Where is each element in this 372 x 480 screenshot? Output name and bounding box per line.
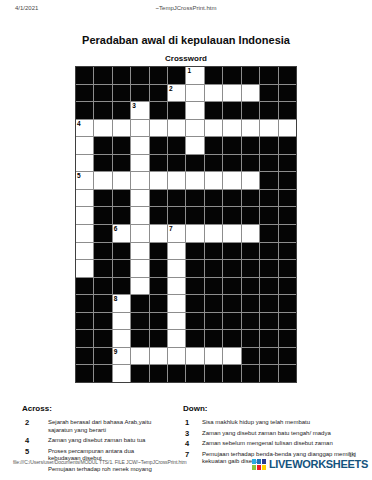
grid-cell-black: [279, 348, 296, 365]
across-clues-section: Across: 2Sejarah berasal dari bahasa Ara…: [22, 404, 175, 476]
grid-cell-black: [279, 278, 296, 295]
grid-cell-black: [113, 190, 130, 207]
down-header: Down:: [183, 404, 367, 413]
clue-item: 4Zaman sebelum mengenal tulisan disebut …: [183, 440, 367, 448]
grid-cell-black: [260, 365, 277, 382]
grid-cell-black: [205, 67, 222, 84]
grid-cell-black: [113, 260, 130, 277]
grid-cell-black: [260, 190, 277, 207]
grid-cell-black: [113, 102, 130, 119]
grid-cell-black: [242, 330, 259, 347]
grid-cell-black: [113, 85, 130, 102]
grid-cell-black: [260, 278, 277, 295]
grid-cell-black: [260, 155, 277, 172]
grid-cell-white[interactable]: 5: [76, 172, 93, 189]
grid-cell-black: [279, 225, 296, 242]
clue-number: 7: [183, 451, 202, 459]
grid-cell-white[interactable]: 9: [113, 348, 130, 365]
grid-cell-white[interactable]: [260, 120, 277, 137]
grid-cell-black: [260, 67, 277, 84]
grid-cell-white[interactable]: 6: [113, 225, 130, 242]
grid-cell-white[interactable]: [205, 120, 222, 137]
grid-cell-black: [113, 67, 130, 84]
print-preview-page: 4/1/2021 ~TempJCrossPrint.htm Peradaban …: [0, 0, 372, 480]
grid-cell-white[interactable]: [131, 172, 148, 189]
grid-cell-black: [205, 137, 222, 154]
grid-cell-black: [260, 225, 277, 242]
grid-cell-black: [76, 348, 93, 365]
grid-cell-black: [205, 313, 222, 330]
grid-cell-black: [186, 365, 203, 382]
grid-cell-white[interactable]: [131, 155, 148, 172]
grid-cell-white[interactable]: [205, 172, 222, 189]
grid-cell-black: [223, 137, 240, 154]
grid-cell-white[interactable]: [131, 120, 148, 137]
grid-cell-black: [242, 278, 259, 295]
grid-cell-black: [150, 365, 167, 382]
grid-cell-black: [94, 365, 111, 382]
grid-cell-white[interactable]: [168, 120, 185, 137]
grid-cell-white[interactable]: [76, 190, 93, 207]
grid-cell-white[interactable]: [131, 348, 148, 365]
grid-cell-black: [113, 243, 130, 260]
clue-number-in-grid: 9: [114, 348, 118, 355]
grid-cell-black: [131, 365, 148, 382]
grid-cell-black: [76, 278, 93, 295]
grid-cell-white[interactable]: [131, 278, 148, 295]
grid-cell-white[interactable]: [186, 137, 203, 154]
clue-item: 2Sejarah berasal dari bahasa Arab,yaitu …: [22, 419, 175, 434]
clue-number: 4: [22, 437, 48, 445]
grid-cell-black: [205, 155, 222, 172]
grid-cell-black: [76, 313, 93, 330]
grid-cell-black: [150, 155, 167, 172]
grid-cell-black: [150, 243, 167, 260]
grid-cell-white[interactable]: [223, 172, 240, 189]
grid-cell-black: [205, 260, 222, 277]
grid-cell-black: [94, 260, 111, 277]
clue-item: 1Sisa makhluk hidup yang telah membatu: [183, 419, 367, 427]
grid-cell-white[interactable]: [76, 225, 93, 242]
grid-cell-black: [279, 295, 296, 312]
footer-file-path: file:///C:/Users/user/Documents/MODUL TT…: [13, 459, 187, 465]
grid-cell-white[interactable]: 7: [168, 225, 185, 242]
grid-cell-black: [186, 243, 203, 260]
grid-cell-black: [205, 330, 222, 347]
grid-cell-black: [150, 67, 167, 84]
clue-item: 4Zaman yang disebut zaman batu tua: [22, 437, 175, 445]
grid-cell-black: [260, 172, 277, 189]
grid-cell-black: [168, 67, 185, 84]
grid-cell-black: [223, 295, 240, 312]
grid-cell-black: [113, 155, 130, 172]
logo-color-square: [257, 465, 261, 470]
clue-number-in-grid: 1: [187, 67, 191, 74]
grid-cell-black: [94, 207, 111, 224]
grid-cell-white[interactable]: [131, 243, 148, 260]
grid-cell-white[interactable]: [150, 172, 167, 189]
clue-number-in-grid: 4: [77, 120, 81, 127]
liveworksheets-logo-text: LIVEWORKSHEETS: [269, 458, 368, 470]
grid-cell-white[interactable]: [168, 243, 185, 260]
grid-cell-black: [205, 243, 222, 260]
grid-cell-white[interactable]: [94, 120, 111, 137]
grid-cell-white[interactable]: [186, 102, 203, 119]
clue-text: Sejarah berasal dari bahasa Arab,yaitu s…: [48, 419, 162, 434]
grid-cell-black: [150, 190, 167, 207]
grid-cell-white[interactable]: 1: [186, 67, 203, 84]
clue-text: Sisa makhluk hidup yang telah membatu: [202, 419, 360, 427]
clue-text: Zaman yang disebut zaman batu tua: [48, 437, 162, 445]
grid-cell-white[interactable]: [76, 137, 93, 154]
grid-cell-white[interactable]: [76, 243, 93, 260]
grid-cell-white[interactable]: [131, 207, 148, 224]
grid-cell-black: [150, 330, 167, 347]
grid-cell-black: [242, 137, 259, 154]
grid-cell-white[interactable]: [223, 120, 240, 137]
grid-cell-white[interactable]: [242, 120, 259, 137]
grid-cell-white[interactable]: [113, 120, 130, 137]
grid-cell-white[interactable]: [131, 260, 148, 277]
grid-cell-black: [279, 243, 296, 260]
grid-cell-black: [94, 295, 111, 312]
grid-cell-black: [94, 348, 111, 365]
clue-number: 2: [22, 419, 48, 427]
grid-cell-black: [223, 67, 240, 84]
grid-cell-black: [94, 243, 111, 260]
grid-cell-white[interactable]: [168, 313, 185, 330]
grid-cell-black: [150, 313, 167, 330]
grid-cell-black: [205, 295, 222, 312]
grid-cell-black: [131, 295, 148, 312]
grid-cell-black: [150, 85, 167, 102]
grid-cell-black: [150, 295, 167, 312]
grid-cell-black: [242, 295, 259, 312]
grid-cell-black: [150, 137, 167, 154]
grid-cell-white[interactable]: [113, 365, 130, 382]
grid-cell-black: [279, 137, 296, 154]
grid-cell-black: [223, 207, 240, 224]
clue-number: 4: [183, 440, 202, 448]
grid-cell-black: [205, 365, 222, 382]
clue-number: 3: [183, 430, 202, 438]
grid-cell-black: [76, 85, 93, 102]
grid-cell-black: [76, 295, 93, 312]
grid-cell-black: [279, 330, 296, 347]
grid-cell-black: [242, 243, 259, 260]
grid-cell-white[interactable]: [94, 172, 111, 189]
grid-cell-black: [223, 190, 240, 207]
grid-cell-black: [242, 348, 259, 365]
clue-item: Pemujaan terhadap roh nenek moyang: [22, 466, 175, 474]
grid-cell-black: [205, 207, 222, 224]
grid-cell-black: [113, 137, 130, 154]
grid-cell-black: [279, 155, 296, 172]
grid-cell-black: [76, 330, 93, 347]
grid-cell-black: [76, 365, 93, 382]
clue-number-in-grid: 7: [169, 225, 173, 232]
grid-cell-white[interactable]: [76, 260, 93, 277]
clue-number-in-grid: 2: [169, 85, 173, 92]
grid-cell-black: [150, 278, 167, 295]
grid-cell-white[interactable]: [242, 85, 259, 102]
logo-color-square: [262, 465, 266, 470]
grid-cell-black: [76, 67, 93, 84]
grid-cell-black: [260, 313, 277, 330]
grid-cell-white[interactable]: [186, 225, 203, 242]
logo-color-square: [252, 459, 256, 464]
clue-item: 3Zaman yang disebut zaman batu tengah/ m…: [183, 430, 367, 438]
grid-cell-white[interactable]: [150, 225, 167, 242]
grid-cell-black: [168, 207, 185, 224]
grid-cell-white[interactable]: [186, 172, 203, 189]
grid-cell-black: [260, 85, 277, 102]
grid-cell-black: [242, 190, 259, 207]
grid-cell-black: [94, 155, 111, 172]
grid-cell-black: [131, 330, 148, 347]
clue-number-in-grid: 3: [132, 102, 136, 109]
grid-cell-black: [279, 172, 296, 189]
grid-cell-white[interactable]: [113, 330, 130, 347]
grid-cell-black: [94, 137, 111, 154]
grid-cell-black: [186, 260, 203, 277]
grid-cell-white[interactable]: [242, 172, 259, 189]
grid-cell-black: [113, 278, 130, 295]
grid-cell-black: [168, 155, 185, 172]
grid-cell-black: [260, 348, 277, 365]
grid-cell-black: [131, 313, 148, 330]
grid-cell-black: [242, 155, 259, 172]
grid-cell-black: [242, 102, 259, 119]
grid-cell-white[interactable]: [76, 155, 93, 172]
grid-cell-black: [223, 365, 240, 382]
grid-cell-white[interactable]: [168, 348, 185, 365]
grid-cell-black: [186, 190, 203, 207]
grid-cell-black: [223, 155, 240, 172]
grid-cell-black: [242, 313, 259, 330]
grid-cell-black: [279, 207, 296, 224]
grid-cell-white[interactable]: [168, 278, 185, 295]
grid-cell-black: [94, 85, 111, 102]
grid-cell-black: [168, 365, 185, 382]
grid-cell-black: [186, 330, 203, 347]
grid-cell-black: [260, 330, 277, 347]
grid-cell-black: [223, 278, 240, 295]
clue-number: 1: [183, 419, 202, 427]
grid-cell-black: [279, 365, 296, 382]
grid-cell-black: [76, 102, 93, 119]
grid-cell-black: [168, 137, 185, 154]
clue-text: Pemujaan terhadap roh nenek moyang: [48, 466, 162, 474]
grid-cell-white[interactable]: [223, 85, 240, 102]
grid-cell-white[interactable]: [186, 85, 203, 102]
clue-text: Zaman yang disebut zaman batu tengah/ ma…: [202, 430, 360, 438]
grid-cell-black: [279, 260, 296, 277]
grid-cell-black: [279, 67, 296, 84]
grid-cell-white[interactable]: [131, 225, 148, 242]
grid-cell-black: [94, 313, 111, 330]
grid-cell-black: [223, 313, 240, 330]
grid-cell-white[interactable]: [150, 348, 167, 365]
grid-cell-black: [113, 207, 130, 224]
grid-cell-white[interactable]: [168, 295, 185, 312]
grid-cell-black: [205, 190, 222, 207]
grid-cell-black: [168, 190, 185, 207]
grid-cell-black: [186, 313, 203, 330]
grid-cell-black: [260, 260, 277, 277]
grid-cell-black: [131, 67, 148, 84]
grid-cell-black: [242, 67, 259, 84]
grid-cell-white[interactable]: [131, 190, 148, 207]
grid-cell-white[interactable]: [205, 225, 222, 242]
grid-cell-white[interactable]: [168, 260, 185, 277]
grid-cell-white[interactable]: [113, 313, 130, 330]
grid-cell-white[interactable]: [186, 348, 203, 365]
grid-cell-black: [223, 102, 240, 119]
grid-cell-white[interactable]: [223, 348, 240, 365]
grid-cell-black: [94, 225, 111, 242]
grid-cell-black: [186, 295, 203, 312]
grid-cell-black: [260, 102, 277, 119]
grid-cell-black: [94, 330, 111, 347]
grid-cell-white[interactable]: 3: [131, 102, 148, 119]
grid-cell-white[interactable]: [168, 330, 185, 347]
crossword-grid: 123456789: [75, 66, 297, 383]
grid-cell-black: [94, 278, 111, 295]
grid-cell-black: [223, 260, 240, 277]
grid-cell-black: [279, 190, 296, 207]
grid-cell-black: [279, 85, 296, 102]
across-header: Across:: [22, 404, 175, 413]
grid-cell-white[interactable]: [205, 348, 222, 365]
grid-cell-white[interactable]: [186, 120, 203, 137]
grid-cell-black: [279, 102, 296, 119]
grid-cell-black: [242, 207, 259, 224]
grid-cell-white[interactable]: [113, 172, 130, 189]
grid-cell-black: [223, 330, 240, 347]
grid-cell-black: [279, 313, 296, 330]
logo-color-square: [257, 459, 261, 464]
grid-cell-black: [242, 365, 259, 382]
clue-number-in-grid: 8: [114, 295, 118, 302]
logo-color-square: [252, 465, 256, 470]
clue-text: Zaman sebelum mengenal tulisan disebut z…: [202, 440, 360, 448]
liveworksheets-grid-icon: [252, 459, 266, 470]
grid-cell-white[interactable]: [242, 225, 259, 242]
grid-cell-black: [150, 260, 167, 277]
clue-number: 5: [22, 448, 48, 456]
grid-cell-white[interactable]: [168, 172, 185, 189]
grid-cell-black: [168, 102, 185, 119]
grid-cell-black: [150, 207, 167, 224]
grid-cell-white[interactable]: [150, 120, 167, 137]
grid-cell-white[interactable]: [279, 120, 296, 137]
grid-cell-black: [242, 260, 259, 277]
grid-cell-black: [94, 67, 111, 84]
grid-cell-black: [186, 155, 203, 172]
grid-cell-black: [260, 207, 277, 224]
grid-cell-white[interactable]: 2: [168, 85, 185, 102]
grid-cell-black: [94, 102, 111, 119]
grid-cell-black: [260, 295, 277, 312]
grid-cell-black: [223, 243, 240, 260]
clue-number-in-grid: 6: [114, 225, 118, 232]
grid-cell-black: [205, 278, 222, 295]
grid-cell-white[interactable]: [223, 225, 240, 242]
logo-color-square: [262, 459, 266, 464]
grid-cell-black: [205, 102, 222, 119]
grid-cell-black: [186, 278, 203, 295]
grid-cell-white[interactable]: 8: [113, 295, 130, 312]
liveworksheets-logo: LIVEWORKSHEETS: [252, 458, 368, 470]
grid-cell-black: [131, 85, 148, 102]
grid-cell-white[interactable]: [131, 137, 148, 154]
grid-cell-black: [260, 243, 277, 260]
grid-cell-white[interactable]: [205, 85, 222, 102]
clue-number-in-grid: 5: [77, 172, 81, 179]
grid-cell-white[interactable]: 4: [76, 120, 93, 137]
puzzle-type-label: Crossword: [0, 54, 372, 63]
grid-cell-black: [260, 137, 277, 154]
grid-cell-white[interactable]: [76, 207, 93, 224]
grid-cell-black: [94, 190, 111, 207]
grid-cell-black: [186, 207, 203, 224]
page-title: Peradaban awal di kepulauan Indonesia: [0, 34, 372, 46]
header-filename: ~TempJCrossPrint.htm: [0, 5, 372, 11]
grid-cell-black: [150, 102, 167, 119]
